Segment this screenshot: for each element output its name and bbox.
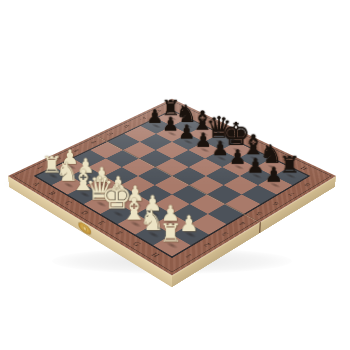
chess-board-3d: AA11BB22CC33DD44EE55FF66GG77HH88 ♜♞♝♛♚♝♞… [8,99,336,276]
piece-layer: ♜♞♝♛♚♝♞♜♟♟♟♟♟♟♟♟♟♟♟♟♟♟♟♟♜♞♝♛♚♝♞♜ [8,99,336,276]
piece-white-rook-h1[interactable]: ♜ [153,220,188,246]
piece-black-pawn-h7[interactable]: ♟ [258,165,290,186]
fold-seam-cut [259,222,261,234]
product-photo-stage: AA11BB22CC33DD44EE55FF66GG77HH88 ♜♞♝♛♚♝♞… [0,0,350,350]
board-top-surface: AA11BB22CC33DD44EE55FF66GG77HH88 ♜♞♝♛♚♝♞… [8,99,336,276]
